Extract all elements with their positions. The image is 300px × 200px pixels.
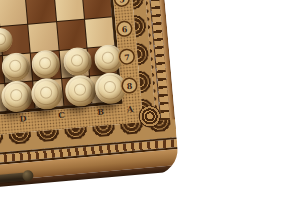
photo-canvas: DCBA5678 <box>0 0 300 200</box>
rank-label-5: 5 <box>119 0 125 4</box>
file-label-a: A <box>127 104 134 115</box>
square-c5[interactable] <box>26 0 55 24</box>
square-b5[interactable] <box>54 0 83 21</box>
square-c6[interactable] <box>29 22 58 52</box>
rank-label-6: 6 <box>121 24 127 34</box>
file-label-b: B <box>97 106 105 117</box>
carved-chess-box: DCBA5678 <box>0 0 180 190</box>
rank-label-7: 7 <box>124 51 130 61</box>
square-d5[interactable] <box>0 0 28 26</box>
file-label-d: D <box>19 113 27 124</box>
rank-label-8: 8 <box>126 80 132 90</box>
square-a6[interactable] <box>85 18 114 48</box>
square-b6[interactable] <box>57 20 86 50</box>
square-a5[interactable] <box>82 0 111 19</box>
clasp-knob <box>22 170 34 182</box>
file-label-c: C <box>58 110 65 121</box>
